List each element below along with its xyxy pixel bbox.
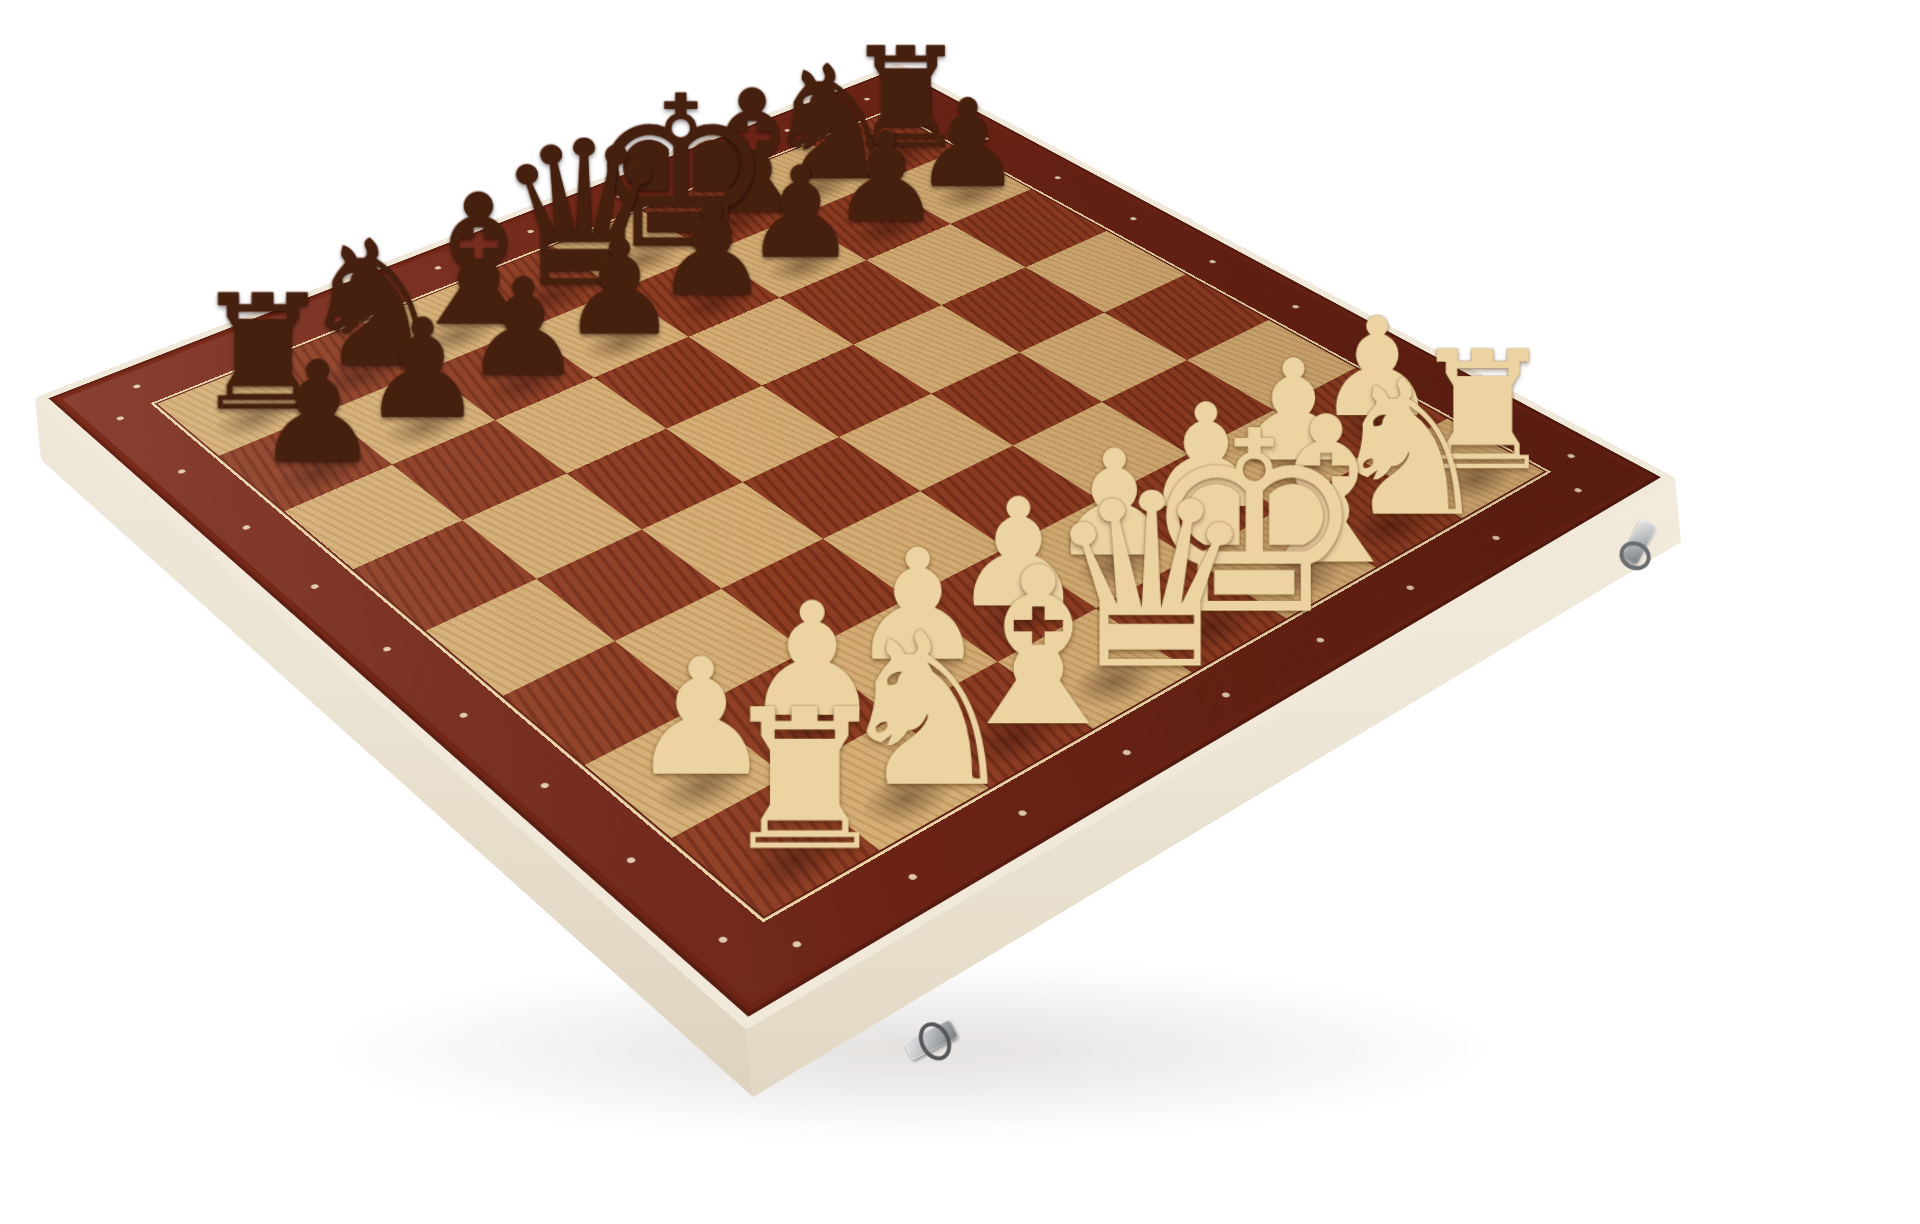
product-photo-stage: ♜♞♝♛♚♝♞♜♟♟♟♟♟♟♟♟♟♟♟♟♟♟♟♟♜♞♝♛♚♝♞♜ xyxy=(0,0,1920,1224)
frame-inlay-dot xyxy=(539,782,550,790)
frame-inlay-dot xyxy=(1220,691,1231,698)
frame-inlay-dot xyxy=(1566,453,1576,459)
frame-inlay-dot xyxy=(116,416,126,421)
frame-inlay-dot xyxy=(241,524,251,530)
frame-inlay-dot xyxy=(625,856,637,864)
chessboard-grid: ♜♞♝♛♚♝♞♜♟♟♟♟♟♟♟♟♟♟♟♟♟♟♟♟♜♞♝♛♚♝♞♜ xyxy=(157,112,1544,917)
frame-inlay-dot xyxy=(382,646,393,653)
frame-inlay-dot xyxy=(1315,637,1326,644)
frame-inlay-dot xyxy=(1129,217,1138,221)
frame-inlay-dot xyxy=(717,935,729,944)
frame-inlay-dot xyxy=(1121,749,1132,756)
frame-inlay-dot xyxy=(791,940,803,949)
frame-inlay-dot xyxy=(1017,809,1029,817)
frame-inlay-dot xyxy=(1208,259,1217,264)
frame-inlay-dot xyxy=(1053,176,1062,180)
frame-inlay-dot xyxy=(310,583,320,589)
chessboard: ♜♞♝♛♚♝♞♜♟♟♟♟♟♟♟♟♟♟♟♟♟♟♟♟♜♞♝♛♚♝♞♜ xyxy=(35,63,1676,1030)
frame-inlay-dot xyxy=(1491,535,1502,541)
frame-inlay-dot xyxy=(1291,304,1300,309)
clasp-icon xyxy=(1621,518,1658,565)
black-pawn-a7: ♟ xyxy=(255,358,380,470)
frame-inlay-dot xyxy=(907,873,919,881)
frame-inlay-dot xyxy=(132,384,141,389)
frame-inlay-dot xyxy=(1405,585,1416,591)
white-rook-a1: ♜ xyxy=(718,704,867,859)
frame-inlay-dot xyxy=(1573,487,1583,493)
frame-inlay-dot xyxy=(177,469,187,475)
hinge-icon xyxy=(903,1019,958,1060)
frame-inlay-dot xyxy=(458,712,469,719)
